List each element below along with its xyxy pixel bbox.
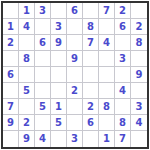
sudoku-cell-r9c9[interactable]	[131, 131, 147, 147]
sudoku-cell-r1c1[interactable]	[3, 3, 19, 19]
sudoku-cell-r5c9[interactable]: 9	[131, 67, 147, 83]
sudoku-cell-r6c5[interactable]: 2	[67, 83, 83, 99]
sudoku-cell-r4c8[interactable]: 3	[115, 51, 131, 67]
sudoku-cell-r7c5[interactable]	[67, 99, 83, 115]
sudoku-cell-r7c2[interactable]	[19, 99, 35, 115]
sudoku-cell-r5c7[interactable]	[99, 67, 115, 83]
sudoku-cell-r7c8[interactable]	[115, 99, 131, 115]
sudoku-cell-r5c1[interactable]: 6	[3, 67, 19, 83]
sudoku-cell-r3c7[interactable]: 4	[99, 35, 115, 51]
sudoku-cell-r2c4[interactable]: 3	[51, 19, 67, 35]
sudoku-cell-r2c6[interactable]: 8	[83, 19, 99, 35]
sudoku-cell-r4c2[interactable]: 8	[19, 51, 35, 67]
sudoku-cell-r4c7[interactable]	[99, 51, 115, 67]
sudoku-cell-r9c7[interactable]: 1	[99, 131, 115, 147]
sudoku-cell-r3c1[interactable]: 2	[3, 35, 19, 51]
sudoku-cell-r5c4[interactable]	[51, 67, 67, 83]
sudoku-cell-r7c3[interactable]: 5	[35, 99, 51, 115]
sudoku-cell-r1c5[interactable]: 6	[67, 3, 83, 19]
sudoku-cell-r9c4[interactable]	[51, 131, 67, 147]
sudoku-cell-r3c9[interactable]: 8	[131, 35, 147, 51]
sudoku-cell-r9c3[interactable]: 4	[35, 131, 51, 147]
sudoku-cell-r4c3[interactable]	[35, 51, 51, 67]
sudoku-cell-r1c6[interactable]	[83, 3, 99, 19]
sudoku-cell-r8c4[interactable]: 5	[51, 115, 67, 131]
sudoku-cell-r9c1[interactable]	[3, 131, 19, 147]
sudoku-board: 1367214386226974889369524751283925684943…	[1, 1, 149, 149]
sudoku-cell-r1c2[interactable]: 1	[19, 3, 35, 19]
sudoku-cell-r8c7[interactable]	[99, 115, 115, 131]
sudoku-cell-r1c9[interactable]	[131, 3, 147, 19]
sudoku-cell-r5c2[interactable]	[19, 67, 35, 83]
sudoku-cell-r5c8[interactable]	[115, 67, 131, 83]
sudoku-cell-r1c4[interactable]	[51, 3, 67, 19]
sudoku-cell-r7c7[interactable]: 8	[99, 99, 115, 115]
sudoku-cell-r7c6[interactable]: 2	[83, 99, 99, 115]
sudoku-cell-r8c3[interactable]	[35, 115, 51, 131]
sudoku-cell-r4c5[interactable]: 9	[67, 51, 83, 67]
sudoku-cell-r1c8[interactable]: 2	[115, 3, 131, 19]
sudoku-cell-r4c1[interactable]	[3, 51, 19, 67]
sudoku-cell-r9c5[interactable]: 3	[67, 131, 83, 147]
sudoku-cell-r9c8[interactable]: 7	[115, 131, 131, 147]
sudoku-cell-r2c3[interactable]	[35, 19, 51, 35]
sudoku-cell-r2c2[interactable]: 4	[19, 19, 35, 35]
sudoku-cell-r5c3[interactable]	[35, 67, 51, 83]
sudoku-cell-r6c9[interactable]	[131, 83, 147, 99]
sudoku-cell-r5c6[interactable]	[83, 67, 99, 83]
sudoku-cell-r2c7[interactable]	[99, 19, 115, 35]
sudoku-cell-r8c2[interactable]: 2	[19, 115, 35, 131]
sudoku-cell-r9c2[interactable]: 9	[19, 131, 35, 147]
sudoku-cell-r6c2[interactable]: 5	[19, 83, 35, 99]
sudoku-cell-r8c8[interactable]: 8	[115, 115, 131, 131]
sudoku-cell-r4c9[interactable]	[131, 51, 147, 67]
sudoku-cell-r1c7[interactable]: 7	[99, 3, 115, 19]
sudoku-cell-r3c3[interactable]: 6	[35, 35, 51, 51]
sudoku-cell-r6c4[interactable]	[51, 83, 67, 99]
sudoku-cell-r8c1[interactable]: 9	[3, 115, 19, 131]
sudoku-cell-r6c6[interactable]	[83, 83, 99, 99]
sudoku-cell-r2c9[interactable]: 2	[131, 19, 147, 35]
sudoku-cell-r4c6[interactable]	[83, 51, 99, 67]
sudoku-cell-r3c6[interactable]: 7	[83, 35, 99, 51]
sudoku-cell-r6c7[interactable]	[99, 83, 115, 99]
sudoku-cell-r3c2[interactable]	[19, 35, 35, 51]
sudoku-cell-r1c3[interactable]: 3	[35, 3, 51, 19]
sudoku-cell-r2c1[interactable]: 1	[3, 19, 19, 35]
sudoku-cell-r3c8[interactable]	[115, 35, 131, 51]
sudoku-cell-r8c5[interactable]	[67, 115, 83, 131]
sudoku-cell-r2c5[interactable]	[67, 19, 83, 35]
sudoku-cell-r8c6[interactable]: 6	[83, 115, 99, 131]
sudoku-cell-r7c1[interactable]: 7	[3, 99, 19, 115]
sudoku-cell-r5c5[interactable]	[67, 67, 83, 83]
sudoku-cell-r3c4[interactable]: 9	[51, 35, 67, 51]
sudoku-cell-r3c5[interactable]	[67, 35, 83, 51]
sudoku-cell-r6c1[interactable]	[3, 83, 19, 99]
sudoku-cell-r7c4[interactable]: 1	[51, 99, 67, 115]
sudoku-cell-r4c4[interactable]	[51, 51, 67, 67]
sudoku-cell-r8c9[interactable]: 4	[131, 115, 147, 131]
sudoku-cell-r7c9[interactable]: 3	[131, 99, 147, 115]
sudoku-cell-r6c3[interactable]	[35, 83, 51, 99]
sudoku-cell-r2c8[interactable]: 6	[115, 19, 131, 35]
sudoku-cell-r9c6[interactable]	[83, 131, 99, 147]
sudoku-cell-r6c8[interactable]: 4	[115, 83, 131, 99]
